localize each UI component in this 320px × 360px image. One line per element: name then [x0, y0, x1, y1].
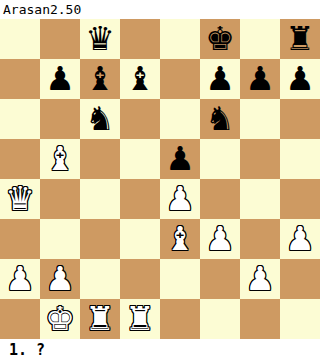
piece-white-rook: ♜ [85, 299, 115, 339]
square-d4[interactable] [120, 179, 160, 219]
piece-white-bishop: ♝ [45, 139, 75, 179]
square-d5[interactable] [120, 139, 160, 179]
square-c4[interactable] [80, 179, 120, 219]
piece-black-pawn: ♟ [165, 139, 195, 179]
piece-black-queen: ♛ [85, 19, 115, 59]
square-g4[interactable] [240, 179, 280, 219]
square-h5[interactable] [280, 139, 320, 179]
piece-black-bishop: ♝ [85, 59, 115, 99]
square-g2[interactable]: ♟ [240, 259, 280, 299]
square-a8[interactable] [0, 19, 40, 59]
square-f1[interactable] [200, 299, 240, 339]
square-e4[interactable]: ♟ [160, 179, 200, 219]
square-b6[interactable] [40, 99, 80, 139]
square-a4[interactable]: ♛ [0, 179, 40, 219]
square-g7[interactable]: ♟ [240, 59, 280, 99]
piece-black-knight: ♞ [205, 99, 235, 139]
piece-white-pawn: ♟ [165, 179, 195, 219]
piece-black-pawn: ♟ [285, 59, 315, 99]
square-c3[interactable] [80, 219, 120, 259]
square-h7[interactable]: ♟ [280, 59, 320, 99]
square-b4[interactable] [40, 179, 80, 219]
square-b3[interactable] [40, 219, 80, 259]
square-a5[interactable] [0, 139, 40, 179]
square-e7[interactable] [160, 59, 200, 99]
square-g1[interactable] [240, 299, 280, 339]
square-h4[interactable] [280, 179, 320, 219]
move-prompt: 1. ? [0, 339, 320, 360]
square-b1[interactable]: ♚ [40, 299, 80, 339]
square-b7[interactable]: ♟ [40, 59, 80, 99]
square-f6[interactable]: ♞ [200, 99, 240, 139]
piece-white-pawn: ♟ [285, 219, 315, 259]
window-title: Arasan2.50 [0, 0, 320, 19]
square-g3[interactable] [240, 219, 280, 259]
square-e5[interactable]: ♟ [160, 139, 200, 179]
square-h3[interactable]: ♟ [280, 219, 320, 259]
piece-white-pawn: ♟ [245, 259, 275, 299]
square-e6[interactable] [160, 99, 200, 139]
square-c2[interactable] [80, 259, 120, 299]
square-e2[interactable] [160, 259, 200, 299]
square-c5[interactable] [80, 139, 120, 179]
square-d7[interactable]: ♝ [120, 59, 160, 99]
square-h1[interactable] [280, 299, 320, 339]
square-d8[interactable] [120, 19, 160, 59]
square-c8[interactable]: ♛ [80, 19, 120, 59]
piece-white-pawn: ♟ [205, 219, 235, 259]
square-d3[interactable] [120, 219, 160, 259]
square-f4[interactable] [200, 179, 240, 219]
square-a2[interactable]: ♟ [0, 259, 40, 299]
square-a3[interactable] [0, 219, 40, 259]
square-f5[interactable] [200, 139, 240, 179]
piece-black-bishop: ♝ [125, 59, 155, 99]
piece-white-queen: ♛ [5, 179, 35, 219]
square-a6[interactable] [0, 99, 40, 139]
square-g8[interactable] [240, 19, 280, 59]
piece-white-king: ♚ [45, 299, 75, 339]
piece-black-king: ♚ [205, 19, 235, 59]
square-c1[interactable]: ♜ [80, 299, 120, 339]
piece-black-knight: ♞ [85, 99, 115, 139]
piece-white-pawn: ♟ [5, 259, 35, 299]
piece-black-pawn: ♟ [45, 59, 75, 99]
square-d2[interactable] [120, 259, 160, 299]
square-h6[interactable] [280, 99, 320, 139]
piece-white-pawn: ♟ [45, 259, 75, 299]
chess-board: ♛♚♜♟♝♝♟♟♟♞♞♝♟♛♟♝♟♟♟♟♟♚♜♜ [0, 19, 320, 339]
square-f7[interactable]: ♟ [200, 59, 240, 99]
square-d1[interactable]: ♜ [120, 299, 160, 339]
piece-white-bishop: ♝ [165, 219, 195, 259]
square-h8[interactable]: ♜ [280, 19, 320, 59]
square-d6[interactable] [120, 99, 160, 139]
square-h2[interactable] [280, 259, 320, 299]
square-b5[interactable]: ♝ [40, 139, 80, 179]
chess-app-window: Arasan2.50 ♛♚♜♟♝♝♟♟♟♞♞♝♟♛♟♝♟♟♟♟♟♚♜♜ 1. ? [0, 0, 320, 360]
square-f3[interactable]: ♟ [200, 219, 240, 259]
square-e3[interactable]: ♝ [160, 219, 200, 259]
piece-white-rook: ♜ [125, 299, 155, 339]
piece-black-pawn: ♟ [205, 59, 235, 99]
square-e1[interactable] [160, 299, 200, 339]
square-f2[interactable] [200, 259, 240, 299]
square-f8[interactable]: ♚ [200, 19, 240, 59]
square-a7[interactable] [0, 59, 40, 99]
square-e8[interactable] [160, 19, 200, 59]
piece-black-rook: ♜ [285, 19, 315, 59]
square-b8[interactable] [40, 19, 80, 59]
square-g5[interactable] [240, 139, 280, 179]
square-g6[interactable] [240, 99, 280, 139]
square-a1[interactable] [0, 299, 40, 339]
piece-black-pawn: ♟ [245, 59, 275, 99]
square-c6[interactable]: ♞ [80, 99, 120, 139]
square-b2[interactable]: ♟ [40, 259, 80, 299]
square-c7[interactable]: ♝ [80, 59, 120, 99]
